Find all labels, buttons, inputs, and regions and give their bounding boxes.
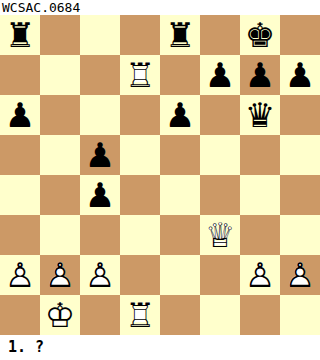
square-c2[interactable]: ♟♙ bbox=[80, 255, 120, 295]
square-a1[interactable] bbox=[0, 295, 40, 335]
white-rook-icon: ♜♖ bbox=[120, 55, 160, 95]
square-f6[interactable] bbox=[200, 95, 240, 135]
white-rook-icon: ♜♖ bbox=[120, 295, 160, 335]
square-h5[interactable] bbox=[280, 135, 320, 175]
black-queen-icon: ♛ bbox=[240, 95, 280, 135]
square-a7[interactable] bbox=[0, 55, 40, 95]
square-g7[interactable]: ♟ bbox=[240, 55, 280, 95]
square-d8[interactable] bbox=[120, 15, 160, 55]
square-a5[interactable] bbox=[0, 135, 40, 175]
square-h3[interactable] bbox=[280, 215, 320, 255]
square-f4[interactable] bbox=[200, 175, 240, 215]
square-c5[interactable]: ♟ bbox=[80, 135, 120, 175]
square-e6[interactable]: ♟ bbox=[160, 95, 200, 135]
square-g1[interactable] bbox=[240, 295, 280, 335]
square-e2[interactable] bbox=[160, 255, 200, 295]
black-pawn-icon: ♟ bbox=[80, 135, 120, 175]
move-prompt: 1. ? bbox=[0, 335, 320, 360]
square-d1[interactable]: ♜♖ bbox=[120, 295, 160, 335]
square-g6[interactable]: ♛ bbox=[240, 95, 280, 135]
square-a4[interactable] bbox=[0, 175, 40, 215]
square-h2[interactable]: ♟♙ bbox=[280, 255, 320, 295]
diagram-title: WCSAC.0684 bbox=[0, 0, 320, 15]
square-a8[interactable]: ♜ bbox=[0, 15, 40, 55]
square-h7[interactable]: ♟ bbox=[280, 55, 320, 95]
white-pawn-icon: ♟♙ bbox=[280, 255, 320, 295]
square-e7[interactable] bbox=[160, 55, 200, 95]
square-c7[interactable] bbox=[80, 55, 120, 95]
square-c6[interactable] bbox=[80, 95, 120, 135]
square-h1[interactable] bbox=[280, 295, 320, 335]
black-rook-icon: ♜ bbox=[0, 15, 40, 55]
square-e5[interactable] bbox=[160, 135, 200, 175]
white-king-icon: ♚♔ bbox=[40, 295, 80, 335]
square-b3[interactable] bbox=[40, 215, 80, 255]
square-c3[interactable] bbox=[80, 215, 120, 255]
square-c8[interactable] bbox=[80, 15, 120, 55]
square-d2[interactable] bbox=[120, 255, 160, 295]
square-e4[interactable] bbox=[160, 175, 200, 215]
square-h6[interactable] bbox=[280, 95, 320, 135]
black-pawn-icon: ♟ bbox=[160, 95, 200, 135]
white-pawn-icon: ♟♙ bbox=[40, 255, 80, 295]
black-rook-icon: ♜ bbox=[160, 15, 200, 55]
square-f5[interactable] bbox=[200, 135, 240, 175]
square-b5[interactable] bbox=[40, 135, 80, 175]
square-d5[interactable] bbox=[120, 135, 160, 175]
square-e8[interactable]: ♜ bbox=[160, 15, 200, 55]
square-a2[interactable]: ♟♙ bbox=[0, 255, 40, 295]
square-b1[interactable]: ♚♔ bbox=[40, 295, 80, 335]
square-b8[interactable] bbox=[40, 15, 80, 55]
square-e3[interactable] bbox=[160, 215, 200, 255]
square-a3[interactable] bbox=[0, 215, 40, 255]
black-king-icon: ♚ bbox=[240, 15, 280, 55]
square-c1[interactable] bbox=[80, 295, 120, 335]
square-d4[interactable] bbox=[120, 175, 160, 215]
square-h8[interactable] bbox=[280, 15, 320, 55]
square-f8[interactable] bbox=[200, 15, 240, 55]
chess-diagram-window: WCSAC.0684 ♜♜♚♜♖♟♟♟♟♟♛♟♟♛♕♟♙♟♙♟♙♟♙♟♙♚♔♜♖… bbox=[0, 0, 320, 360]
square-h4[interactable] bbox=[280, 175, 320, 215]
square-g8[interactable]: ♚ bbox=[240, 15, 280, 55]
white-pawn-icon: ♟♙ bbox=[240, 255, 280, 295]
square-b4[interactable] bbox=[40, 175, 80, 215]
black-pawn-icon: ♟ bbox=[280, 55, 320, 95]
white-pawn-icon: ♟♙ bbox=[0, 255, 40, 295]
square-b7[interactable] bbox=[40, 55, 80, 95]
square-g5[interactable] bbox=[240, 135, 280, 175]
square-d7[interactable]: ♜♖ bbox=[120, 55, 160, 95]
white-queen-icon: ♛♕ bbox=[200, 215, 240, 255]
square-a6[interactable]: ♟ bbox=[0, 95, 40, 135]
square-d3[interactable] bbox=[120, 215, 160, 255]
black-pawn-icon: ♟ bbox=[240, 55, 280, 95]
square-d6[interactable] bbox=[120, 95, 160, 135]
square-b2[interactable]: ♟♙ bbox=[40, 255, 80, 295]
square-f3[interactable]: ♛♕ bbox=[200, 215, 240, 255]
square-g4[interactable] bbox=[240, 175, 280, 215]
chess-board: ♜♜♚♜♖♟♟♟♟♟♛♟♟♛♕♟♙♟♙♟♙♟♙♟♙♚♔♜♖ bbox=[0, 15, 320, 335]
square-c4[interactable]: ♟ bbox=[80, 175, 120, 215]
square-f2[interactable] bbox=[200, 255, 240, 295]
square-f7[interactable]: ♟ bbox=[200, 55, 240, 95]
square-g3[interactable] bbox=[240, 215, 280, 255]
black-pawn-icon: ♟ bbox=[200, 55, 240, 95]
square-f1[interactable] bbox=[200, 295, 240, 335]
white-pawn-icon: ♟♙ bbox=[80, 255, 120, 295]
black-pawn-icon: ♟ bbox=[0, 95, 40, 135]
black-pawn-icon: ♟ bbox=[80, 175, 120, 215]
square-g2[interactable]: ♟♙ bbox=[240, 255, 280, 295]
square-b6[interactable] bbox=[40, 95, 80, 135]
square-e1[interactable] bbox=[160, 295, 200, 335]
